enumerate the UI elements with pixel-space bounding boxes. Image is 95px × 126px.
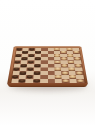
dark-man: [12, 75, 19, 78]
dark-man: [26, 75, 32, 78]
light-man: [77, 79, 84, 82]
board-frame: [7, 46, 88, 85]
light-man: [55, 75, 61, 78]
dark-man: [19, 79, 26, 82]
dark-man: [34, 71, 40, 74]
board-grid: [11, 48, 84, 83]
light-man: [76, 71, 82, 74]
checkers-board: [7, 46, 88, 85]
dark-man: [20, 71, 26, 74]
photo-background: [0, 0, 95, 126]
light-man: [62, 71, 68, 74]
light-man: [69, 75, 75, 78]
board-side-edge: [8, 83, 87, 87]
dark-man: [33, 79, 39, 82]
light-man: [62, 79, 68, 82]
